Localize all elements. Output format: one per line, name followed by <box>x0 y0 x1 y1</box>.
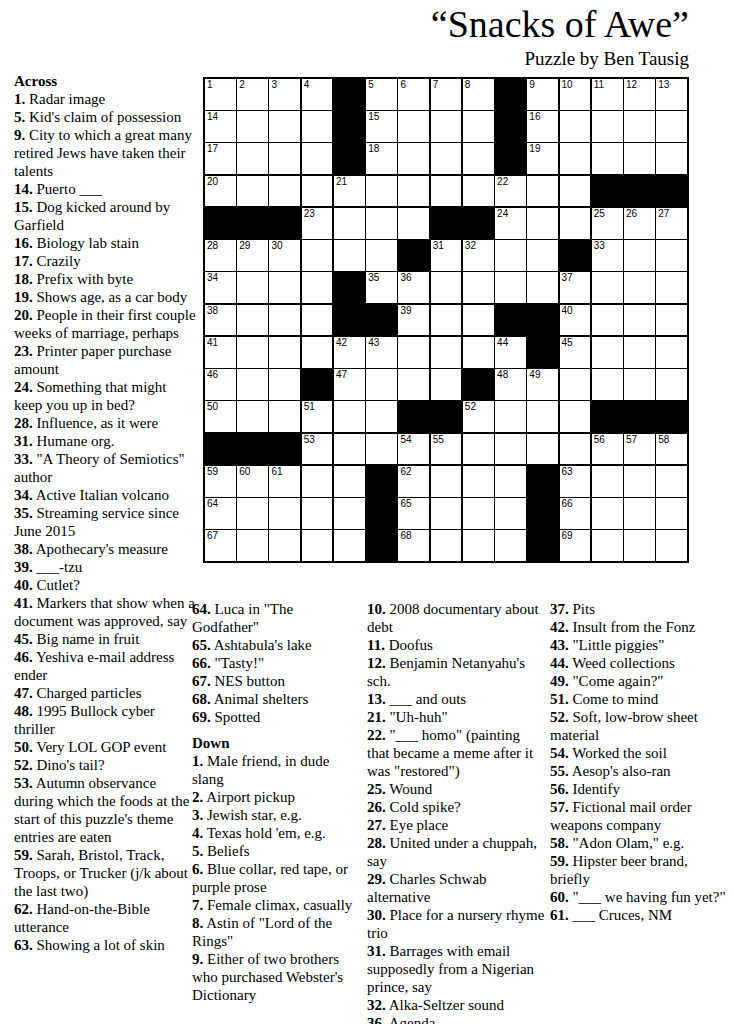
cell-r11c4[interactable]: 51 <box>302 401 333 432</box>
clue-down-22: 22. "___ homo" (painting that became a m… <box>367 726 545 780</box>
clue-across-45: 45. Big name in fruit <box>14 630 196 648</box>
cell-number: 10 <box>562 79 573 91</box>
cell-r12c15[interactable]: 58 <box>656 434 687 465</box>
cell-r12c9[interactable] <box>463 434 494 465</box>
cell-r14c5[interactable] <box>334 498 365 529</box>
cell-r8c3[interactable] <box>269 305 300 336</box>
cell-number: 42 <box>336 337 347 349</box>
black-square-r4c15 <box>656 176 687 207</box>
cell-r1c6[interactable]: 5 <box>366 79 397 110</box>
cell-r10c3[interactable] <box>269 369 300 400</box>
cell-r4c9[interactable] <box>463 176 494 207</box>
cell-r6c3[interactable]: 30 <box>269 240 300 271</box>
cell-r11c5[interactable] <box>334 401 365 432</box>
cell-r10c2[interactable] <box>237 369 268 400</box>
clue-across-48: 48. 1995 Bullock cyber thriller <box>14 702 196 738</box>
cell-r8c2[interactable] <box>237 305 268 336</box>
black-square-r5c2 <box>237 208 268 239</box>
cell-r4c7[interactable] <box>398 176 429 207</box>
cell-number: 58 <box>658 434 669 446</box>
cell-r6c11[interactable] <box>527 240 558 271</box>
cell-r12c14[interactable]: 57 <box>624 434 655 465</box>
cell-r9c9[interactable] <box>463 337 494 368</box>
cell-r14c13[interactable] <box>592 498 623 529</box>
black-square-r12c1 <box>205 434 236 465</box>
cell-r15c4[interactable] <box>302 530 333 561</box>
clue-down-52: 52. Soft, low-brow sheet material <box>550 708 726 744</box>
crossword-grid: 1234567891011121314151617181920212223242… <box>203 77 689 563</box>
clue-number: 65. <box>192 637 211 653</box>
cell-r2c12[interactable] <box>560 111 591 142</box>
cell-r7c13[interactable] <box>592 272 623 303</box>
clue-number: 57. <box>550 799 569 815</box>
clue-column-down-end: 37. Pits42. Insult from the Fonz43. "Lit… <box>550 600 726 924</box>
cell-r4c3[interactable] <box>269 176 300 207</box>
cell-r14c12[interactable]: 66 <box>560 498 591 529</box>
cell-r2c8[interactable] <box>431 111 462 142</box>
cell-r7c12[interactable]: 37 <box>560 272 591 303</box>
cell-r9c2[interactable] <box>237 337 268 368</box>
cell-r13c12[interactable]: 63 <box>560 466 591 497</box>
cell-r15c3[interactable] <box>269 530 300 561</box>
clue-down-29: 29. Charles Schwab alternative <box>367 870 545 906</box>
cell-r15c14[interactable] <box>624 530 655 561</box>
cell-r5c4[interactable]: 23 <box>302 208 333 239</box>
cell-r13c2[interactable]: 60 <box>237 466 268 497</box>
clue-number: 4. <box>192 825 203 841</box>
clue-down-36: 36. Agenda <box>367 1014 545 1024</box>
cell-number: 33 <box>594 240 605 252</box>
cell-r1c15[interactable]: 13 <box>656 79 687 110</box>
cell-r1c1[interactable]: 1 <box>205 79 236 110</box>
cell-r13c5[interactable] <box>334 466 365 497</box>
black-square-r14c11 <box>527 498 558 529</box>
cell-r7c15[interactable] <box>656 272 687 303</box>
cell-number: 31 <box>433 240 444 252</box>
cell-number: 65 <box>400 498 411 510</box>
cell-r1c12[interactable]: 10 <box>560 79 591 110</box>
cell-r4c5[interactable]: 21 <box>334 176 365 207</box>
cell-number: 34 <box>207 272 218 284</box>
black-square-r7c5 <box>334 272 365 303</box>
clue-number: 13. <box>367 691 386 707</box>
cell-r2c15[interactable] <box>656 111 687 142</box>
cell-r6c9[interactable]: 32 <box>463 240 494 271</box>
cell-number: 12 <box>626 79 637 91</box>
cell-r8c14[interactable] <box>624 305 655 336</box>
cell-r3c7[interactable] <box>398 143 429 174</box>
clue-number: 25. <box>367 781 386 797</box>
cell-r13c7[interactable]: 62 <box>398 466 429 497</box>
cell-r13c3[interactable]: 61 <box>269 466 300 497</box>
cell-r5c12[interactable] <box>560 208 591 239</box>
cell-r12c4[interactable]: 53 <box>302 434 333 465</box>
clue-down-7: 7. Female climax, casually <box>192 896 360 914</box>
cell-r7c3[interactable] <box>269 272 300 303</box>
black-square-r3c10 <box>495 143 526 174</box>
cell-r7c11[interactable] <box>527 272 558 303</box>
cell-r12c12[interactable] <box>560 434 591 465</box>
cell-r11c12[interactable] <box>560 401 591 432</box>
black-square-r1c5 <box>334 79 365 110</box>
cell-r15c8[interactable] <box>431 530 462 561</box>
cell-r3c14[interactable] <box>624 143 655 174</box>
cell-r9c14[interactable] <box>624 337 655 368</box>
cell-number: 4 <box>304 79 310 91</box>
black-square-r6c7 <box>398 240 429 271</box>
cell-r4c11[interactable] <box>527 176 558 207</box>
clue-number: 66. <box>192 655 211 671</box>
cell-r10c11[interactable]: 49 <box>527 369 558 400</box>
cell-r14c3[interactable] <box>269 498 300 529</box>
down-heading: Down <box>192 734 360 752</box>
clue-number: 53. <box>14 775 33 791</box>
cell-r8c9[interactable] <box>463 305 494 336</box>
clue-number: 46. <box>14 649 33 665</box>
cell-r15c1[interactable]: 67 <box>205 530 236 561</box>
cell-r2c14[interactable] <box>624 111 655 142</box>
clue-down-44: 44. Weed collections <box>550 654 726 672</box>
clue-number: 44. <box>550 655 569 671</box>
cell-r11c9[interactable]: 52 <box>463 401 494 432</box>
clue-number: 64. <box>192 601 211 617</box>
cell-r15c12[interactable]: 69 <box>560 530 591 561</box>
clue-down-58: 58. "Adon Olam," e.g. <box>550 834 726 852</box>
cell-r6c15[interactable] <box>656 240 687 271</box>
title-block: “Snacks of Awe” Puzzle by Ben Tausig <box>203 2 689 71</box>
cell-r1c9[interactable]: 8 <box>463 79 494 110</box>
cell-r3c12[interactable] <box>560 143 591 174</box>
cell-r2c13[interactable] <box>592 111 623 142</box>
black-square-r8c11 <box>527 305 558 336</box>
cell-r9c5[interactable]: 42 <box>334 337 365 368</box>
clue-number: 14. <box>14 181 33 197</box>
cell-r10c12[interactable] <box>560 369 591 400</box>
cell-number: 21 <box>336 176 347 188</box>
cell-number: 1 <box>207 79 213 91</box>
cell-r8c15[interactable] <box>656 305 687 336</box>
clue-number: 7. <box>192 897 203 913</box>
cell-r5c13[interactable]: 25 <box>592 208 623 239</box>
cell-r12c5[interactable] <box>334 434 365 465</box>
clue-across-16: 16. Biology lab stain <box>14 234 196 252</box>
cell-r14c14[interactable] <box>624 498 655 529</box>
cell-r15c10[interactable] <box>495 530 526 561</box>
cell-r5c11[interactable] <box>527 208 558 239</box>
cell-r8c12[interactable]: 40 <box>560 305 591 336</box>
clue-number: 63. <box>14 937 33 953</box>
cell-r9c13[interactable] <box>592 337 623 368</box>
cell-r8c4[interactable] <box>302 305 333 336</box>
cell-r13c14[interactable] <box>624 466 655 497</box>
clue-down-10: 10. 2008 documentary about debt <box>367 600 545 636</box>
clue-down-4: 4. Texas hold 'em, e.g. <box>192 824 360 842</box>
cell-r6c5[interactable] <box>334 240 365 271</box>
cell-r5c5[interactable] <box>334 208 365 239</box>
clue-number: 17. <box>14 253 33 269</box>
cell-r9c12[interactable]: 45 <box>560 337 591 368</box>
cell-r1c13[interactable]: 11 <box>592 79 623 110</box>
clue-across-67: 67. NES button <box>192 672 360 690</box>
clue-number: 54. <box>550 745 569 761</box>
clue-across-35: 35. Streaming service since June 2015 <box>14 504 196 540</box>
cell-r6c6[interactable] <box>366 240 397 271</box>
cell-r7c1[interactable]: 34 <box>205 272 236 303</box>
cell-number: 30 <box>271 240 282 252</box>
cell-r6c8[interactable]: 31 <box>431 240 462 271</box>
clue-down-2: 2. Airport pickup <box>192 788 360 806</box>
clue-number: 18. <box>14 271 33 287</box>
cell-r4c12[interactable] <box>560 176 591 207</box>
black-square-r6c12 <box>560 240 591 271</box>
cell-r10c1[interactable]: 46 <box>205 369 236 400</box>
cell-r14c8[interactable] <box>431 498 462 529</box>
cell-r12c11[interactable] <box>527 434 558 465</box>
cell-r4c6[interactable] <box>366 176 397 207</box>
cell-r3c3[interactable] <box>269 143 300 174</box>
cell-r8c13[interactable] <box>592 305 623 336</box>
cell-r2c4[interactable] <box>302 111 333 142</box>
clue-number: 20. <box>14 307 33 323</box>
cell-r13c1[interactable]: 59 <box>205 466 236 497</box>
clue-down-30: 30. Place for a nursery rhyme trio <box>367 906 545 942</box>
cell-r1c3[interactable]: 3 <box>269 79 300 110</box>
cell-number: 44 <box>497 337 508 349</box>
cell-r4c1[interactable]: 20 <box>205 176 236 207</box>
cell-r8c1[interactable]: 38 <box>205 305 236 336</box>
cell-r3c2[interactable] <box>237 143 268 174</box>
cell-r10c7[interactable] <box>398 369 429 400</box>
clue-across-66: 66. "Tasty!" <box>192 654 360 672</box>
cell-number: 50 <box>207 401 218 413</box>
black-square-r2c5 <box>334 111 365 142</box>
cell-r10c5[interactable]: 47 <box>334 369 365 400</box>
cell-r11c2[interactable] <box>237 401 268 432</box>
cell-r9c8[interactable] <box>431 337 462 368</box>
cell-r13c8[interactable] <box>431 466 462 497</box>
cell-r4c4[interactable] <box>302 176 333 207</box>
cell-r4c10[interactable]: 22 <box>495 176 526 207</box>
cell-r9c3[interactable] <box>269 337 300 368</box>
cell-r12c6[interactable] <box>366 434 397 465</box>
cell-r15c13[interactable] <box>592 530 623 561</box>
cell-r7c8[interactable] <box>431 272 462 303</box>
cell-r4c2[interactable] <box>237 176 268 207</box>
cell-r13c9[interactable] <box>463 466 494 497</box>
cell-r10c13[interactable] <box>592 369 623 400</box>
cell-r11c6[interactable] <box>366 401 397 432</box>
clue-number: 28. <box>14 415 33 431</box>
clue-across-68: 68. Animal shelters <box>192 690 360 708</box>
cell-number: 16 <box>529 111 540 123</box>
cell-r3c6[interactable]: 18 <box>366 143 397 174</box>
clue-across-69: 69. Spotted <box>192 708 360 726</box>
cell-number: 6 <box>400 79 406 91</box>
clue-number: 9. <box>192 951 203 967</box>
cell-r11c1[interactable]: 50 <box>205 401 236 432</box>
cell-r2c7[interactable] <box>398 111 429 142</box>
clue-number: 1. <box>14 91 25 107</box>
clue-number: 62. <box>14 901 33 917</box>
cell-r9c15[interactable] <box>656 337 687 368</box>
cell-r11c11[interactable] <box>527 401 558 432</box>
clue-down-26: 26. Cold spike? <box>367 798 545 816</box>
black-square-r13c6 <box>366 466 397 497</box>
cell-r4c8[interactable] <box>431 176 462 207</box>
cell-r10c10[interactable]: 48 <box>495 369 526 400</box>
cell-r15c2[interactable] <box>237 530 268 561</box>
cell-r3c1[interactable]: 17 <box>205 143 236 174</box>
cell-r12c10[interactable] <box>495 434 526 465</box>
cell-r15c15[interactable] <box>656 530 687 561</box>
cell-r13c13[interactable] <box>592 466 623 497</box>
cell-number: 2 <box>239 79 245 91</box>
cell-r3c15[interactable] <box>656 143 687 174</box>
cell-r2c6[interactable]: 15 <box>366 111 397 142</box>
clue-down-21: 21. "Uh-huh" <box>367 708 545 726</box>
cell-r2c3[interactable] <box>269 111 300 142</box>
cell-number: 61 <box>271 466 282 478</box>
cell-r3c9[interactable] <box>463 143 494 174</box>
clue-down-55: 55. Aesop's also-ran <box>550 762 726 780</box>
cell-r14c4[interactable] <box>302 498 333 529</box>
cell-r15c7[interactable]: 68 <box>398 530 429 561</box>
cell-r12c7[interactable]: 54 <box>398 434 429 465</box>
cell-r1c7[interactable]: 6 <box>398 79 429 110</box>
clue-across-28: 28. Influence, as it were <box>14 414 196 432</box>
black-square-r13c11 <box>527 466 558 497</box>
cell-r13c15[interactable] <box>656 466 687 497</box>
cell-number: 28 <box>207 240 218 252</box>
black-square-r5c1 <box>205 208 236 239</box>
cell-r6c1[interactable]: 28 <box>205 240 236 271</box>
cell-number: 27 <box>658 208 669 220</box>
cell-number: 13 <box>658 79 669 91</box>
cell-r12c13[interactable]: 56 <box>592 434 623 465</box>
cell-r10c6[interactable] <box>366 369 397 400</box>
clue-down-31: 31. Barrages with email supposedly from … <box>367 942 545 996</box>
cell-r14c1[interactable]: 64 <box>205 498 236 529</box>
cell-r14c2[interactable] <box>237 498 268 529</box>
black-square-r11c13 <box>592 401 623 432</box>
cell-r8c7[interactable]: 39 <box>398 305 429 336</box>
cell-r9c7[interactable] <box>398 337 429 368</box>
cell-r15c5[interactable] <box>334 530 365 561</box>
cell-r8c8[interactable] <box>431 305 462 336</box>
cell-r3c13[interactable] <box>592 143 623 174</box>
cell-r5c14[interactable]: 26 <box>624 208 655 239</box>
cell-r3c8[interactable] <box>431 143 462 174</box>
cell-r7c9[interactable] <box>463 272 494 303</box>
cell-r5c15[interactable]: 27 <box>656 208 687 239</box>
cell-r14c10[interactable] <box>495 498 526 529</box>
clue-number: 61. <box>550 907 569 923</box>
cell-r14c15[interactable] <box>656 498 687 529</box>
cell-r6c13[interactable]: 33 <box>592 240 623 271</box>
cell-r2c2[interactable] <box>237 111 268 142</box>
cell-number: 40 <box>562 305 573 317</box>
cell-r5c7[interactable] <box>398 208 429 239</box>
cell-number: 52 <box>465 401 476 413</box>
cell-r6c10[interactable] <box>495 240 526 271</box>
clue-across-14: 14. Puerto ___ <box>14 180 196 198</box>
cell-r7c7[interactable]: 36 <box>398 272 429 303</box>
cell-r13c4[interactable] <box>302 466 333 497</box>
cell-r14c9[interactable] <box>463 498 494 529</box>
clue-down-61: 61. ___ Cruces, NM <box>550 906 726 924</box>
cell-r13c10[interactable] <box>495 466 526 497</box>
clue-number: 43. <box>550 637 569 653</box>
clue-number: 9. <box>14 127 25 143</box>
clue-down-13: 13. ___ and outs <box>367 690 545 708</box>
cell-r9c10[interactable]: 44 <box>495 337 526 368</box>
cell-number: 26 <box>626 208 637 220</box>
black-square-r9c11 <box>527 337 558 368</box>
clue-number: 59. <box>550 853 569 869</box>
clue-across-23: 23. Printer paper purchase amount <box>14 342 196 378</box>
cell-r7c14[interactable] <box>624 272 655 303</box>
clue-number: 3. <box>192 807 203 823</box>
clue-number: 32. <box>367 997 386 1013</box>
cell-r7c2[interactable] <box>237 272 268 303</box>
cell-r14c7[interactable]: 65 <box>398 498 429 529</box>
cell-r1c2[interactable]: 2 <box>237 79 268 110</box>
cell-r12c8[interactable]: 55 <box>431 434 462 465</box>
cell-number: 37 <box>562 272 573 284</box>
cell-r7c6[interactable]: 35 <box>366 272 397 303</box>
cell-r6c14[interactable] <box>624 240 655 271</box>
clue-number: 10. <box>367 601 386 617</box>
cell-r11c3[interactable] <box>269 401 300 432</box>
cell-r6c4[interactable] <box>302 240 333 271</box>
cell-r7c10[interactable] <box>495 272 526 303</box>
cell-number: 19 <box>529 143 540 155</box>
cell-r10c15[interactable] <box>656 369 687 400</box>
cell-number: 59 <box>207 466 218 478</box>
cell-number: 23 <box>304 208 315 220</box>
clue-number: 2. <box>192 789 203 805</box>
cell-r9c6[interactable]: 43 <box>366 337 397 368</box>
black-square-r8c5 <box>334 305 365 336</box>
cell-r3c11[interactable]: 19 <box>527 143 558 174</box>
cell-r3c4[interactable] <box>302 143 333 174</box>
cell-r5c6[interactable] <box>366 208 397 239</box>
cell-r1c14[interactable]: 12 <box>624 79 655 110</box>
cell-r2c1[interactable]: 14 <box>205 111 236 142</box>
cell-r2c9[interactable] <box>463 111 494 142</box>
cell-r11c10[interactable] <box>495 401 526 432</box>
cell-r15c9[interactable] <box>463 530 494 561</box>
clue-across-41: 41. Markers that show when a document wa… <box>14 594 196 630</box>
cell-r1c4[interactable]: 4 <box>302 79 333 110</box>
cell-r5c10[interactable]: 24 <box>495 208 526 239</box>
cell-r1c11[interactable]: 9 <box>527 79 558 110</box>
cell-r10c8[interactable] <box>431 369 462 400</box>
cell-r10c14[interactable] <box>624 369 655 400</box>
clue-number: 58. <box>550 835 569 851</box>
clue-number: 15. <box>14 199 33 215</box>
cell-r1c8[interactable]: 7 <box>431 79 462 110</box>
cell-r2c11[interactable]: 16 <box>527 111 558 142</box>
puzzle-byline: Puzzle by Ben Tausig <box>203 47 689 71</box>
cell-r7c4[interactable] <box>302 272 333 303</box>
cell-r6c2[interactable]: 29 <box>237 240 268 271</box>
black-square-r14c6 <box>366 498 397 529</box>
clue-across-64: 64. Luca in "The Godfather" <box>192 600 360 636</box>
cell-r9c4[interactable] <box>302 337 333 368</box>
cell-number: 68 <box>400 530 411 542</box>
cell-r9c1[interactable]: 41 <box>205 337 236 368</box>
